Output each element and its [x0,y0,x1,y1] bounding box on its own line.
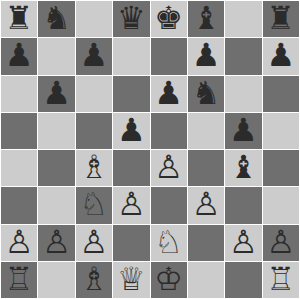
square-h3[interactable] [263,187,299,223]
square-b2[interactable]: ♙ [38,225,74,261]
piece-black-pawn: ♟ [229,114,258,146]
square-c2[interactable]: ♙ [76,225,112,261]
square-c3[interactable]: ♘ [76,187,112,223]
piece-black-king: ♚ [154,2,183,34]
square-b8[interactable]: ♞ [38,1,74,37]
piece-white-pawn: ♙ [192,188,221,220]
chess-board: ♜♞♛♚♝♜♟♟♟♟♟♟♞♟♟♗♙♝♘♙♙♙♙♙♘♙♙♖♗♕♔♖ [0,0,300,299]
piece-black-bishop: ♝ [192,2,221,34]
square-h5[interactable] [263,113,299,149]
piece-black-rook: ♜ [266,2,295,34]
square-c7[interactable]: ♟ [76,38,112,74]
square-b7[interactable] [38,38,74,74]
square-h7[interactable]: ♟ [263,38,299,74]
square-h2[interactable]: ♙ [263,225,299,261]
square-h6[interactable] [263,76,299,112]
square-f5[interactable] [188,113,224,149]
square-f1[interactable] [188,262,224,298]
piece-black-pawn: ♟ [192,39,221,71]
piece-white-knight: ♘ [154,226,183,258]
piece-white-pawn: ♙ [229,226,258,258]
square-f8[interactable]: ♝ [188,1,224,37]
square-e1[interactable]: ♔ [151,262,187,298]
square-d6[interactable] [113,76,149,112]
square-a3[interactable] [1,187,37,223]
square-b1[interactable] [38,262,74,298]
square-d5[interactable]: ♟ [113,113,149,149]
square-c4[interactable]: ♗ [76,150,112,186]
square-b5[interactable] [38,113,74,149]
piece-black-bishop: ♝ [229,151,258,183]
piece-black-queen: ♛ [117,2,146,34]
square-e2[interactable]: ♘ [151,225,187,261]
piece-white-queen: ♕ [117,263,146,295]
square-f6[interactable]: ♞ [188,76,224,112]
piece-white-pawn: ♙ [154,151,183,183]
piece-white-pawn: ♙ [266,226,295,258]
piece-black-pawn: ♟ [117,114,146,146]
square-a7[interactable]: ♟ [1,38,37,74]
square-d2[interactable] [113,225,149,261]
piece-black-pawn: ♟ [42,77,71,109]
square-h8[interactable]: ♜ [263,1,299,37]
piece-white-pawn: ♙ [117,188,146,220]
square-d3[interactable]: ♙ [113,187,149,223]
square-d8[interactable]: ♛ [113,1,149,37]
piece-black-pawn: ♟ [80,39,109,71]
piece-white-king: ♔ [154,263,183,295]
square-a2[interactable]: ♙ [1,225,37,261]
square-c6[interactable] [76,76,112,112]
square-e6[interactable]: ♟ [151,76,187,112]
square-c1[interactable]: ♗ [76,262,112,298]
piece-white-rook: ♖ [266,263,295,295]
square-d1[interactable]: ♕ [113,262,149,298]
square-d4[interactable] [113,150,149,186]
square-a5[interactable] [1,113,37,149]
piece-white-knight: ♘ [80,188,109,220]
square-f4[interactable] [188,150,224,186]
piece-white-pawn: ♙ [80,226,109,258]
square-e7[interactable] [151,38,187,74]
square-h4[interactable] [263,150,299,186]
piece-black-pawn: ♟ [266,39,295,71]
square-d7[interactable] [113,38,149,74]
square-g5[interactable]: ♟ [225,113,261,149]
square-b4[interactable] [38,150,74,186]
square-g1[interactable] [225,262,261,298]
piece-white-bishop: ♗ [80,151,109,183]
square-f2[interactable] [188,225,224,261]
square-a8[interactable]: ♜ [1,1,37,37]
piece-black-rook: ♜ [5,2,34,34]
square-b6[interactable]: ♟ [38,76,74,112]
piece-black-knight: ♞ [192,77,221,109]
square-g8[interactable] [225,1,261,37]
piece-white-rook: ♖ [5,263,34,295]
piece-black-knight: ♞ [42,2,71,34]
square-g7[interactable] [225,38,261,74]
square-a1[interactable]: ♖ [1,262,37,298]
square-a6[interactable] [1,76,37,112]
square-e4[interactable]: ♙ [151,150,187,186]
square-g6[interactable] [225,76,261,112]
square-g3[interactable] [225,187,261,223]
piece-black-pawn: ♟ [154,77,183,109]
square-g4[interactable]: ♝ [225,150,261,186]
square-b3[interactable] [38,187,74,223]
square-c8[interactable] [76,1,112,37]
square-c5[interactable] [76,113,112,149]
square-g2[interactable]: ♙ [225,225,261,261]
square-e3[interactable] [151,187,187,223]
piece-black-pawn: ♟ [5,39,34,71]
piece-white-pawn: ♙ [42,226,71,258]
piece-white-bishop: ♗ [80,263,109,295]
square-e5[interactable] [151,113,187,149]
square-f7[interactable]: ♟ [188,38,224,74]
square-h1[interactable]: ♖ [263,262,299,298]
square-f3[interactable]: ♙ [188,187,224,223]
piece-white-pawn: ♙ [5,226,34,258]
square-e8[interactable]: ♚ [151,1,187,37]
square-a4[interactable] [1,150,37,186]
